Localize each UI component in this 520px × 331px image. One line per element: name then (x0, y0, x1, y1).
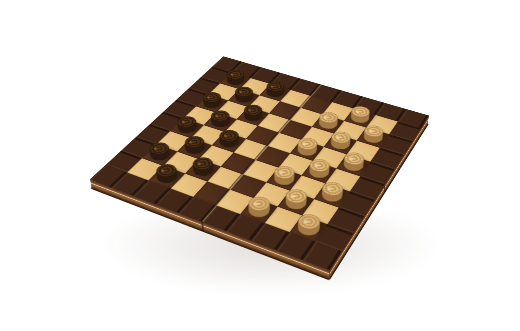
product-photo (0, 0, 520, 331)
